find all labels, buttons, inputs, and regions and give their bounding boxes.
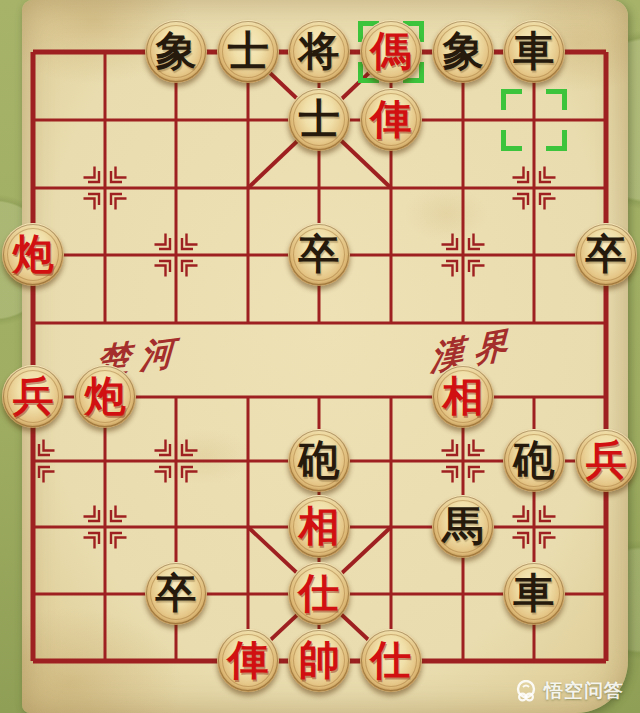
xiangqi-game-screen: 楚河 漢界 象士将傌象車士俥炮卒卒兵炮相砲砲兵相馬卒仕車俥帥仕 悟空问答 [0,0,640,713]
piece-black-advisor[interactable]: 士 [288,88,350,151]
piece-red-horse[interactable]: 傌 [360,20,422,83]
piece-red-elephant[interactable]: 相 [288,495,350,558]
piece-red-advisor[interactable]: 仕 [288,562,350,625]
piece-black-soldier[interactable]: 卒 [575,223,637,286]
piece-red-chariot[interactable]: 俥 [217,629,279,692]
piece-black-elephant[interactable]: 象 [432,20,494,83]
piece-red-elephant[interactable]: 相 [432,365,494,428]
piece-black-cannon[interactable]: 砲 [288,429,350,492]
piece-black-chariot[interactable]: 車 [503,562,565,625]
piece-red-advisor[interactable]: 仕 [360,629,422,692]
piece-red-general[interactable]: 帥 [288,629,350,692]
piece-black-elephant[interactable]: 象 [145,20,207,83]
piece-black-soldier[interactable]: 卒 [145,562,207,625]
piece-black-advisor[interactable]: 士 [217,20,279,83]
piece-black-horse[interactable]: 馬 [432,495,494,558]
watermark-text: 悟空问答 [544,678,624,704]
piece-red-soldier[interactable]: 兵 [575,429,637,492]
wukong-cloud-logo-icon [514,680,538,702]
piece-black-general[interactable]: 将 [288,20,350,83]
piece-red-cannon[interactable]: 炮 [74,365,136,428]
piece-black-soldier[interactable]: 卒 [288,223,350,286]
piece-black-chariot[interactable]: 車 [503,20,565,83]
piece-red-cannon[interactable]: 炮 [2,223,64,286]
piece-red-soldier[interactable]: 兵 [2,365,64,428]
piece-red-chariot[interactable]: 俥 [360,88,422,151]
watermark-wukong-qa: 悟空问答 [514,678,624,704]
piece-black-cannon[interactable]: 砲 [503,429,565,492]
